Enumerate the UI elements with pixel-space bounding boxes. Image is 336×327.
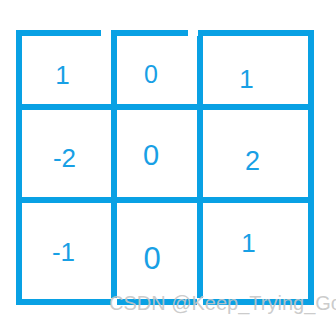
cell-value: -1 — [52, 237, 75, 268]
grid-cell-r3c2: 0 — [117, 203, 197, 299]
grid-cell-r3c3: 1 — [203, 203, 308, 299]
border-gap-top-right — [188, 29, 198, 36]
cell-value: 0 — [144, 60, 158, 89]
grid-cell-r2c1: -2 — [22, 110, 111, 197]
grid-cell-r1c1: 1 — [22, 36, 111, 104]
watermark-text: CSDN @Keep_Trying_Go — [109, 293, 336, 313]
page-background: 1 0 1 -2 0 2 -1 0 1 CSDN @Keep_Trying_Go — [0, 0, 336, 327]
cell-value: 0 — [143, 241, 160, 277]
cell-value: 1 — [55, 60, 69, 91]
cell-value: 1 — [239, 64, 253, 95]
matrix-grid: 1 0 1 -2 0 2 -1 0 1 — [16, 30, 314, 305]
border-gap-top-left — [101, 29, 111, 36]
grid-cell-r3c1: -1 — [22, 203, 111, 299]
grid-cell-r1c3: 1 — [203, 36, 308, 104]
cell-value: 0 — [143, 139, 159, 172]
grid-cell-r2c3: 2 — [203, 110, 308, 197]
grid-cell-r2c2: 0 — [117, 110, 197, 197]
cell-value: 1 — [241, 228, 255, 259]
cell-value: -2 — [53, 143, 76, 174]
grid-cell-r1c2: 0 — [117, 36, 197, 104]
cell-value: 2 — [245, 146, 260, 177]
